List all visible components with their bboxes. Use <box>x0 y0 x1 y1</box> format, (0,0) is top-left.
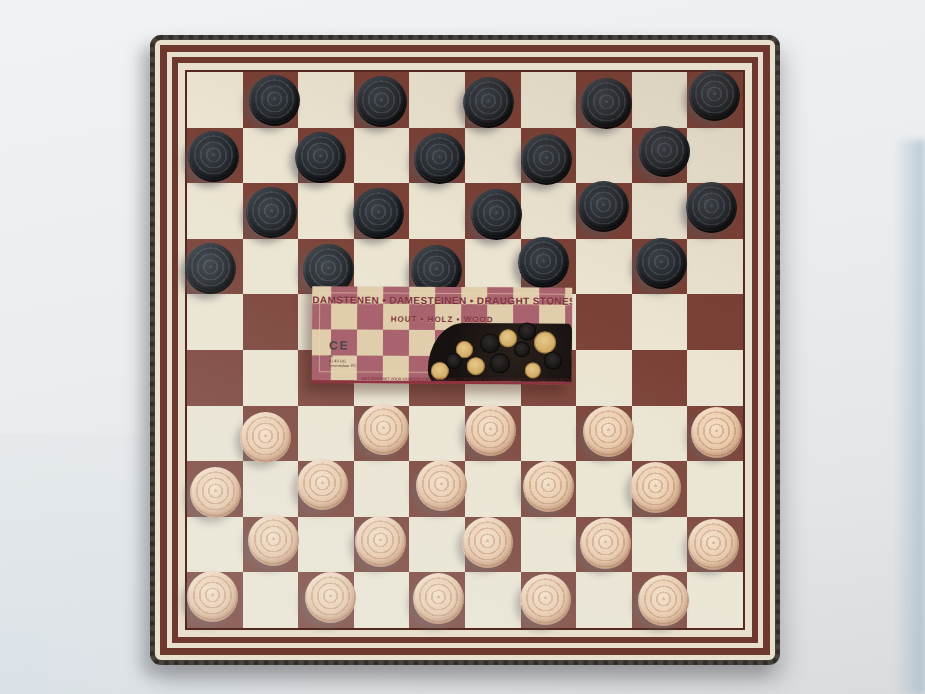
board-cell-r6c9[interactable] <box>687 406 743 462</box>
board-cell-r0c8[interactable] <box>632 72 688 128</box>
board-cell-r5c1[interactable] <box>243 350 299 406</box>
board-cell-r7c6[interactable] <box>521 461 577 517</box>
board-cell-r5c8[interactable] <box>632 350 688 406</box>
board-cell-r9c2[interactable] <box>298 572 354 628</box>
box-photo-disc-tan <box>525 362 541 378</box>
board-cell-r9c1[interactable] <box>243 572 299 628</box>
board-cell-r6c5[interactable] <box>465 406 521 462</box>
ce-small-print: 90 41 43 HG Levensduur PG <box>329 354 357 368</box>
draughts-piece-wood[interactable] <box>691 407 742 458</box>
board-cell-r6c3[interactable] <box>354 406 410 462</box>
draughts-piece-wood[interactable] <box>413 573 464 624</box>
board-cell-r1c6[interactable] <box>521 128 577 184</box>
board-cell-r6c6[interactable] <box>521 406 577 462</box>
box-warning-text: NIET GESCHIKT VOOR KINDEREN ONDER DRIE J… <box>361 377 522 382</box>
board-cell-r0c4[interactable] <box>409 72 465 128</box>
box-photo-disc-black <box>518 322 536 340</box>
box-photo-disc-black <box>490 353 510 373</box>
box-photo-disc-black <box>544 352 562 370</box>
board-cell-r9c0[interactable] <box>187 572 243 628</box>
box-photo-disc-black <box>514 341 530 357</box>
draughts-piece-wood[interactable] <box>583 406 634 457</box>
board-cell-r1c0[interactable] <box>187 128 243 184</box>
board-cell-r3c1[interactable] <box>243 239 299 295</box>
board-cell-r4c7[interactable] <box>576 294 632 350</box>
board-cell-r9c7[interactable] <box>576 572 632 628</box>
board-cell-r4c1[interactable] <box>243 294 299 350</box>
board-cell-r1c5[interactable] <box>465 128 521 184</box>
board-cell-r2c6[interactable] <box>521 183 577 239</box>
board-cell-r4c9[interactable] <box>687 294 743 350</box>
draughts-piece-black[interactable] <box>639 126 690 177</box>
board-cell-r8c3[interactable] <box>354 517 410 573</box>
draughts-piece-black[interactable] <box>188 131 239 182</box>
board-cell-r7c4[interactable] <box>409 461 465 517</box>
box-photo-disc-black <box>480 333 500 353</box>
draughts-piece-wood[interactable] <box>523 461 574 512</box>
ce-mark: CE <box>329 338 350 352</box>
ce-small-line: Levensduur PG <box>329 364 357 369</box>
board-cell-r4c0[interactable] <box>187 294 243 350</box>
board-cell-r7c5[interactable] <box>465 461 521 517</box>
board-cell-r3c5[interactable] <box>465 239 521 295</box>
draughts-piece-wood[interactable] <box>688 519 739 570</box>
board-cell-r3c8[interactable] <box>632 239 688 295</box>
board-cell-r2c5[interactable] <box>465 183 521 239</box>
draughts-piece-wood[interactable] <box>240 412 291 463</box>
board-cell-r2c4[interactable] <box>409 183 465 239</box>
board-cell-r9c9[interactable] <box>687 572 743 628</box>
draughts-piece-wood[interactable] <box>520 574 571 625</box>
board-cell-r2c0[interactable] <box>187 183 243 239</box>
draughts-piece-black[interactable] <box>578 181 629 232</box>
board-cell-r9c4[interactable] <box>409 572 465 628</box>
draughts-piece-black[interactable] <box>295 132 346 183</box>
draughts-piece-wood[interactable] <box>416 460 467 511</box>
board-cell-r7c3[interactable] <box>354 461 410 517</box>
draughts-piece-black[interactable] <box>686 182 737 233</box>
board-cell-r0c6[interactable] <box>521 72 577 128</box>
draughts-piece-wood[interactable] <box>630 462 681 513</box>
board-cell-r0c3[interactable] <box>354 72 410 128</box>
board-cell-r6c4[interactable] <box>409 406 465 462</box>
draughts-piece-wood[interactable] <box>638 575 689 626</box>
board-cell-r0c9[interactable] <box>687 72 743 128</box>
board-cell-r9c3[interactable] <box>354 572 410 628</box>
draughts-piece-black[interactable] <box>521 134 572 185</box>
board-cell-r6c1[interactable] <box>243 406 299 462</box>
board-cell-r5c7[interactable] <box>576 350 632 406</box>
board-cell-r6c2[interactable] <box>298 406 354 462</box>
board-cell-r7c8[interactable] <box>632 461 688 517</box>
draughts-piece-black[interactable] <box>414 133 465 184</box>
stones-box-title: DAMSTENEN • DAMESTEINEN • DRAUGHT STONES <box>312 294 572 306</box>
board-cell-r2c3[interactable] <box>354 183 410 239</box>
board-cell-r6c7[interactable] <box>576 406 632 462</box>
board-cell-r7c0[interactable] <box>187 461 243 517</box>
board-cell-r5c0[interactable] <box>187 350 243 406</box>
draughts-piece-wood[interactable] <box>248 515 299 566</box>
board-cell-r6c0[interactable] <box>187 406 243 462</box>
board-cell-r8c6[interactable] <box>521 517 577 573</box>
draughts-piece-wood[interactable] <box>190 467 241 518</box>
wall-shadow-right <box>895 140 925 694</box>
draughts-piece-black[interactable] <box>518 237 569 288</box>
draughts-piece-wood[interactable] <box>462 517 513 568</box>
board-cell-r3c0[interactable] <box>187 239 243 295</box>
board-cell-r8c5[interactable] <box>465 517 521 573</box>
board-cell-r8c8[interactable] <box>632 517 688 573</box>
board-cell-r7c7[interactable] <box>576 461 632 517</box>
draughts-piece-black[interactable] <box>185 243 236 294</box>
board-cell-r8c4[interactable] <box>409 517 465 573</box>
box-photo-disc-tan <box>467 357 485 375</box>
draughts-piece-black[interactable] <box>356 76 407 127</box>
draughts-piece-wood[interactable] <box>465 405 516 456</box>
draughts-piece-wood[interactable] <box>305 572 356 623</box>
board-cell-r8c0[interactable] <box>187 517 243 573</box>
board-cell-r6c8[interactable] <box>632 406 688 462</box>
board-cell-r1c8[interactable] <box>632 128 688 184</box>
board-cell-r0c5[interactable] <box>465 72 521 128</box>
draughts-piece-black[interactable] <box>463 77 514 128</box>
board-cell-r1c4[interactable] <box>409 128 465 184</box>
draughts-piece-black[interactable] <box>249 75 300 126</box>
board-cell-r0c0[interactable] <box>187 72 243 128</box>
board-cell-r1c9[interactable] <box>687 128 743 184</box>
box-photo-disc-tan <box>534 331 556 353</box>
board-cell-r2c1[interactable] <box>243 183 299 239</box>
draughts-piece-wood[interactable] <box>355 516 406 567</box>
board-cell-r3c9[interactable] <box>687 239 743 295</box>
board-cell-r7c9[interactable] <box>687 461 743 517</box>
draughts-piece-black[interactable] <box>689 70 740 121</box>
draughts-piece-black[interactable] <box>353 188 404 239</box>
board-cell-r1c2[interactable] <box>298 128 354 184</box>
board-cell-r2c2[interactable] <box>298 183 354 239</box>
board-cell-r9c8[interactable] <box>632 572 688 628</box>
board-cell-r8c9[interactable] <box>687 517 743 573</box>
board-cell-r2c8[interactable] <box>632 183 688 239</box>
board-cell-r9c6[interactable] <box>521 572 577 628</box>
board-cell-r5c9[interactable] <box>687 350 743 406</box>
board-cell-r0c1[interactable] <box>243 72 299 128</box>
board-cell-r0c2[interactable] <box>298 72 354 128</box>
draughts-piece-wood[interactable] <box>580 518 631 569</box>
board-cell-r1c7[interactable] <box>576 128 632 184</box>
board-cell-r8c1[interactable] <box>243 517 299 573</box>
board-cell-r1c3[interactable] <box>354 128 410 184</box>
box-photo-disc-black <box>446 353 462 369</box>
stones-box: DAMSTENEN • DAMESTEINEN • DRAUGHT STONES… <box>312 286 573 384</box>
board-cell-r2c9[interactable] <box>687 183 743 239</box>
board-cell-r9c5[interactable] <box>465 572 521 628</box>
board-cell-r3c6[interactable] <box>521 239 577 295</box>
draughts-piece-black[interactable] <box>471 189 522 240</box>
board-cell-r8c7[interactable] <box>576 517 632 573</box>
board-cell-r8c2[interactable] <box>298 517 354 573</box>
board-cell-r7c2[interactable] <box>298 461 354 517</box>
draughts-piece-wood[interactable] <box>187 571 238 622</box>
draughts-piece-wood[interactable] <box>358 404 409 455</box>
draughts-piece-black[interactable] <box>246 187 297 238</box>
board-cell-r4c8[interactable] <box>632 294 688 350</box>
board-cell-r7c1[interactable] <box>243 461 299 517</box>
draughts-piece-wood[interactable] <box>297 459 348 510</box>
board-cell-r2c7[interactable] <box>576 183 632 239</box>
draughts-piece-black[interactable] <box>581 78 632 129</box>
draughts-piece-black[interactable] <box>636 238 687 289</box>
board-cell-r0c7[interactable] <box>576 72 632 128</box>
board-cell-r3c7[interactable] <box>576 239 632 295</box>
board-cell-r1c1[interactable] <box>243 128 299 184</box>
